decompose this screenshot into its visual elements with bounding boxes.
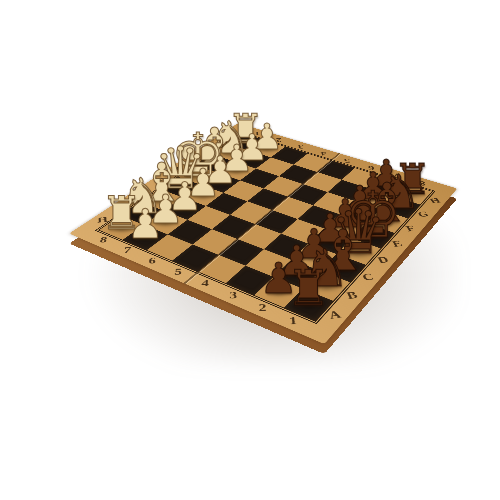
pawn-glyph: ♟ bbox=[127, 204, 164, 245]
rook-glyph: ♜ bbox=[287, 264, 331, 313]
piece-light-pawn-a7[interactable]: ♟ bbox=[127, 204, 164, 245]
chess-set-scene: ABCDEFGH HGFEDCBA 12345678 12345678 ♜♞♝♛… bbox=[0, 0, 500, 500]
pieces-layer: ♜♞♝♛♚♝♞♜♟♟♟♟♟♟♟♟♟♟♟♟♟♟♟♟♜♞♝♛♚♝♞♜ bbox=[0, 0, 500, 500]
piece-dark-rook-a1[interactable]: ♜ bbox=[287, 264, 331, 313]
